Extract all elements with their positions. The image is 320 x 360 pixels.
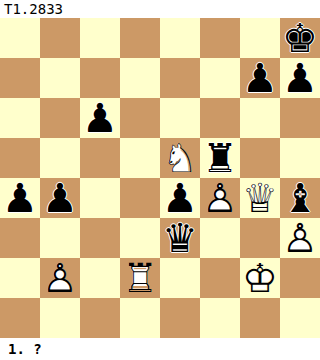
move-prompt: 1. ? <box>0 338 320 360</box>
square-f5[interactable]: ♜ <box>200 138 240 178</box>
square-g6[interactable] <box>240 98 280 138</box>
square-c6[interactable]: ♟ <box>80 98 120 138</box>
square-c5[interactable] <box>80 138 120 178</box>
square-h8[interactable]: ♚ <box>280 18 320 58</box>
square-a1[interactable] <box>0 298 40 338</box>
square-d7[interactable] <box>120 58 160 98</box>
square-d3[interactable] <box>120 218 160 258</box>
tactics-diagram: T1.2833 ♚♟♟♟♞♘♜♟♟♟♟♙♛♕♝♛♟♙♟♙♜♖♚♔ 1. ? <box>0 0 320 360</box>
square-c3[interactable] <box>80 218 120 258</box>
square-c8[interactable] <box>80 18 120 58</box>
square-d6[interactable] <box>120 98 160 138</box>
square-a7[interactable] <box>0 58 40 98</box>
square-a2[interactable] <box>0 258 40 298</box>
square-h1[interactable] <box>280 298 320 338</box>
square-d2[interactable]: ♜♖ <box>120 258 160 298</box>
chess-board: ♚♟♟♟♞♘♜♟♟♟♟♙♛♕♝♛♟♙♟♙♜♖♚♔ <box>0 18 320 338</box>
square-f2[interactable] <box>200 258 240 298</box>
piece-white-pawn: ♟♙ <box>200 178 240 218</box>
square-a8[interactable] <box>0 18 40 58</box>
piece-black-pawn: ♟ <box>240 58 280 98</box>
square-f3[interactable] <box>200 218 240 258</box>
square-h5[interactable] <box>280 138 320 178</box>
square-b3[interactable] <box>40 218 80 258</box>
square-e3[interactable]: ♛ <box>160 218 200 258</box>
square-e7[interactable] <box>160 58 200 98</box>
square-f4[interactable]: ♟♙ <box>200 178 240 218</box>
square-h7[interactable]: ♟ <box>280 58 320 98</box>
piece-black-pawn: ♟ <box>280 58 320 98</box>
piece-black-bishop: ♝ <box>280 178 320 218</box>
square-d1[interactable] <box>120 298 160 338</box>
square-b1[interactable] <box>40 298 80 338</box>
piece-black-pawn: ♟ <box>160 178 200 218</box>
square-e8[interactable] <box>160 18 200 58</box>
square-c1[interactable] <box>80 298 120 338</box>
piece-white-king: ♚♔ <box>240 258 280 298</box>
square-h3[interactable]: ♟♙ <box>280 218 320 258</box>
square-c7[interactable] <box>80 58 120 98</box>
piece-white-rook: ♜♖ <box>120 258 160 298</box>
square-a4[interactable]: ♟ <box>0 178 40 218</box>
piece-white-queen: ♛♕ <box>240 178 280 218</box>
square-c2[interactable] <box>80 258 120 298</box>
piece-black-queen: ♛ <box>160 218 200 258</box>
square-e1[interactable] <box>160 298 200 338</box>
piece-black-king: ♚ <box>280 18 320 58</box>
piece-black-pawn: ♟ <box>40 178 80 218</box>
square-f7[interactable] <box>200 58 240 98</box>
square-a6[interactable] <box>0 98 40 138</box>
square-g3[interactable] <box>240 218 280 258</box>
square-b2[interactable]: ♟♙ <box>40 258 80 298</box>
piece-white-pawn: ♟♙ <box>280 218 320 258</box>
square-b8[interactable] <box>40 18 80 58</box>
square-c4[interactable] <box>80 178 120 218</box>
square-g2[interactable]: ♚♔ <box>240 258 280 298</box>
piece-black-pawn: ♟ <box>0 178 40 218</box>
square-d4[interactable] <box>120 178 160 218</box>
square-d5[interactable] <box>120 138 160 178</box>
square-g4[interactable]: ♛♕ <box>240 178 280 218</box>
piece-white-knight: ♞♘ <box>160 138 200 178</box>
square-h2[interactable] <box>280 258 320 298</box>
square-e4[interactable]: ♟ <box>160 178 200 218</box>
square-g8[interactable] <box>240 18 280 58</box>
square-g5[interactable] <box>240 138 280 178</box>
square-f8[interactable] <box>200 18 240 58</box>
square-f1[interactable] <box>200 298 240 338</box>
square-h4[interactable]: ♝ <box>280 178 320 218</box>
square-a5[interactable] <box>0 138 40 178</box>
square-b4[interactable]: ♟ <box>40 178 80 218</box>
page-title: T1.2833 <box>0 0 320 18</box>
piece-white-pawn: ♟♙ <box>40 258 80 298</box>
square-b6[interactable] <box>40 98 80 138</box>
square-d8[interactable] <box>120 18 160 58</box>
square-b7[interactable] <box>40 58 80 98</box>
square-f6[interactable] <box>200 98 240 138</box>
piece-black-rook: ♜ <box>200 138 240 178</box>
square-e2[interactable] <box>160 258 200 298</box>
square-a3[interactable] <box>0 218 40 258</box>
square-e5[interactable]: ♞♘ <box>160 138 200 178</box>
square-g7[interactable]: ♟ <box>240 58 280 98</box>
square-b5[interactable] <box>40 138 80 178</box>
piece-black-pawn: ♟ <box>80 98 120 138</box>
square-h6[interactable] <box>280 98 320 138</box>
square-g1[interactable] <box>240 298 280 338</box>
square-e6[interactable] <box>160 98 200 138</box>
